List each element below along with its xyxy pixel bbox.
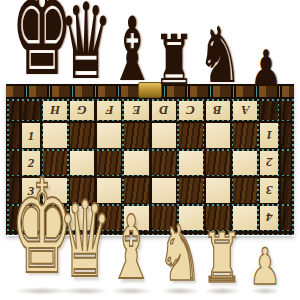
light-queen: ♛ (58, 187, 112, 292)
chess-set-photo: ♚♛♝♜♞♟ HGFEDCBA11223344 ♚♛♝♞♜♟ (0, 0, 300, 300)
light-knight: ♞ (158, 215, 203, 293)
light-pieces-row: ♚♛♝♞♜♟ (0, 0, 300, 292)
light-rook: ♜ (201, 223, 242, 292)
light-bishop: ♝ (108, 204, 155, 292)
light-pawn: ♟ (249, 242, 281, 292)
